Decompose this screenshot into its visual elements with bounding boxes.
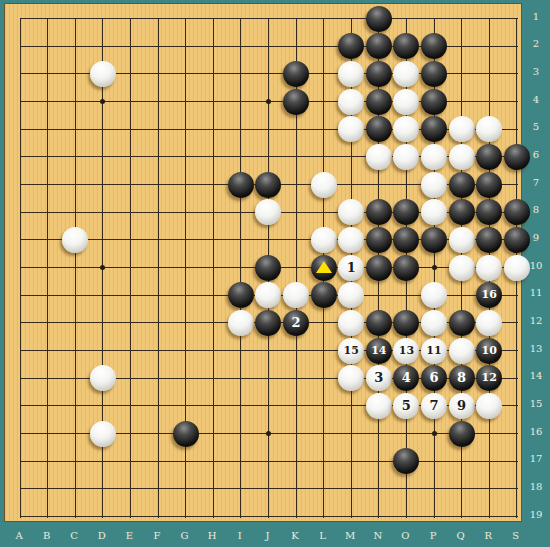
stone-black: [366, 310, 392, 336]
stone-white: [421, 282, 447, 308]
row-label: 11: [524, 287, 548, 298]
move-number-label: 4: [393, 365, 419, 391]
stone-white: [421, 310, 447, 336]
row-label: 13: [524, 343, 548, 354]
stone-black: [311, 282, 337, 308]
stone-white: [393, 116, 419, 142]
column-label: M: [341, 530, 359, 541]
stone-black: [449, 199, 475, 225]
stone-white: [449, 255, 475, 281]
column-label: N: [369, 530, 387, 541]
stone-white: [90, 421, 116, 447]
stone-white: [228, 310, 254, 336]
stone-black: [366, 6, 392, 32]
move-number-label: 15: [338, 338, 364, 364]
row-label: 16: [524, 426, 548, 437]
grid-line-horizontal: [20, 18, 518, 19]
stone-white: [476, 310, 502, 336]
star-point: [100, 265, 105, 270]
stone-black: [476, 199, 502, 225]
column-label: Q: [452, 530, 470, 541]
move-number-label: 6: [421, 365, 447, 391]
grid-line-vertical: [47, 19, 48, 518]
grid-line-horizontal: [20, 516, 518, 517]
move-number-label: 14: [366, 338, 392, 364]
column-label: K: [286, 530, 304, 541]
star-point: [432, 265, 437, 270]
row-label: 19: [524, 509, 548, 520]
move-number-label: 8: [449, 365, 475, 391]
stone-black: [421, 89, 447, 115]
star-point: [266, 431, 271, 436]
star-point: [266, 99, 271, 104]
stone-black: [421, 33, 447, 59]
row-label: 6: [524, 149, 548, 160]
row-label: 8: [524, 204, 548, 215]
stone-white: [255, 199, 281, 225]
stone-black: [366, 199, 392, 225]
grid-line-horizontal: [20, 488, 518, 489]
stone-black: [173, 421, 199, 447]
stone-white: [421, 144, 447, 170]
stone-white: [476, 393, 502, 419]
stone-black: [421, 227, 447, 253]
stone-white: [449, 144, 475, 170]
grid-line-vertical: [130, 19, 131, 518]
move-number-label: 9: [449, 393, 475, 419]
stone-white: [283, 282, 309, 308]
row-label: 2: [524, 38, 548, 49]
stone-black: [421, 61, 447, 87]
stone-white: [338, 310, 364, 336]
column-label: I: [231, 530, 249, 541]
row-label: 4: [524, 94, 548, 105]
stone-white: [338, 282, 364, 308]
stone-black: [393, 199, 419, 225]
column-label: J: [258, 530, 276, 541]
move-number-label: 3: [366, 365, 392, 391]
row-label: 10: [524, 260, 548, 271]
move-number-label: 12: [476, 365, 502, 391]
stone-white: [338, 227, 364, 253]
stone-white: [421, 172, 447, 198]
stone-black: [449, 421, 475, 447]
row-label: 12: [524, 315, 548, 326]
stone-black: [393, 255, 419, 281]
column-label: O: [396, 530, 414, 541]
stone-black: [393, 33, 419, 59]
stone-white: [338, 199, 364, 225]
move-number-label: 11: [421, 338, 447, 364]
stone-white: [449, 227, 475, 253]
grid-line-vertical: [240, 19, 241, 518]
row-label: 9: [524, 232, 548, 243]
column-label: S: [507, 530, 525, 541]
move-number-label: 7: [421, 393, 447, 419]
grid-line-vertical: [213, 19, 214, 518]
stone-black: [255, 172, 281, 198]
stone-black: [283, 61, 309, 87]
row-label: 5: [524, 121, 548, 132]
column-label: G: [176, 530, 194, 541]
stone-white: [393, 89, 419, 115]
stone-black: [228, 282, 254, 308]
stone-black: [393, 310, 419, 336]
stone-white: [62, 227, 88, 253]
stone-black: [421, 116, 447, 142]
stone-black: [228, 172, 254, 198]
stone-black: [338, 33, 364, 59]
star-point: [100, 99, 105, 104]
move-number-label: 16: [476, 282, 502, 308]
stone-black: [283, 89, 309, 115]
row-label: 17: [524, 453, 548, 464]
stone-black: [449, 172, 475, 198]
column-label: C: [65, 530, 83, 541]
stone-white: [338, 116, 364, 142]
stone-white: [90, 365, 116, 391]
stone-white: [338, 89, 364, 115]
move-number-label: 13: [393, 338, 419, 364]
stone-white: [476, 255, 502, 281]
goban-frame: 12345678910111213141516 ABCDEFGHIJKLMNOP…: [0, 0, 550, 547]
stone-black: [255, 255, 281, 281]
stone-black: [366, 89, 392, 115]
stone-white: [476, 116, 502, 142]
go-board[interactable]: 12345678910111213141516: [4, 3, 522, 522]
stone-black: [366, 227, 392, 253]
stone-white: [449, 338, 475, 364]
stone-white: [311, 172, 337, 198]
stone-white: [338, 61, 364, 87]
star-point: [432, 431, 437, 436]
stone-white: [393, 61, 419, 87]
column-label: E: [120, 530, 138, 541]
grid-line-vertical: [20, 19, 21, 518]
row-label: 18: [524, 481, 548, 492]
column-label: L: [314, 530, 332, 541]
stone-black: [393, 448, 419, 474]
stone-white: [311, 227, 337, 253]
move-number-label: 5: [393, 393, 419, 419]
stone-black: [366, 116, 392, 142]
stone-white: [421, 199, 447, 225]
stone-black: [476, 172, 502, 198]
row-label: 14: [524, 370, 548, 381]
row-label: 15: [524, 398, 548, 409]
stone-black: [366, 255, 392, 281]
move-number-label: 1: [338, 255, 364, 281]
triangle-marker-icon: [316, 261, 332, 273]
stone-white: [449, 116, 475, 142]
grid-line-horizontal: [20, 461, 518, 462]
column-label: H: [203, 530, 221, 541]
column-label: F: [148, 530, 166, 541]
column-label: R: [479, 530, 497, 541]
stone-black: [366, 33, 392, 59]
column-label: A: [10, 530, 28, 541]
stone-white: [366, 144, 392, 170]
grid-line-vertical: [158, 19, 159, 518]
stone-black: [366, 61, 392, 87]
stone-black: [255, 310, 281, 336]
stone-white: [255, 282, 281, 308]
stone-black: [393, 227, 419, 253]
stone-white: [90, 61, 116, 87]
stone-black: [449, 310, 475, 336]
stone-white: [393, 144, 419, 170]
row-label: 1: [524, 11, 548, 22]
stone-black: [476, 144, 502, 170]
column-label: D: [93, 530, 111, 541]
column-label: B: [38, 530, 56, 541]
stone-white: [366, 393, 392, 419]
row-label: 7: [524, 177, 548, 188]
stone-black: [476, 227, 502, 253]
move-number-label: 2: [283, 310, 309, 336]
column-label: P: [424, 530, 442, 541]
stone-white: [338, 365, 364, 391]
grid-line-vertical: [75, 19, 76, 518]
move-number-label: 10: [476, 338, 502, 364]
row-label: 3: [524, 66, 548, 77]
